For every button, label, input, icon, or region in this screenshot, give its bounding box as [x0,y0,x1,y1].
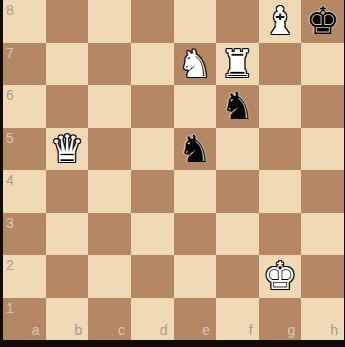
black-knight[interactable]: ♞ [178,130,212,168]
white-knight[interactable]: ♞ [178,45,212,83]
square-c3[interactable] [88,213,131,256]
square-g8[interactable]: ♝ [259,0,302,43]
square-f8[interactable] [216,0,259,43]
square-h4[interactable] [301,170,344,213]
white-queen[interactable]: ♛ [50,130,84,168]
file-label-f: f [249,323,253,337]
square-c7[interactable] [88,43,131,86]
square-a6[interactable]: 6 [3,85,46,128]
square-h5[interactable] [301,128,344,171]
square-b5[interactable]: ♛ [46,128,89,171]
rank-label-4: 4 [6,173,14,187]
square-a1[interactable]: 1a [3,298,46,341]
rank-label-7: 7 [6,46,14,60]
square-h6[interactable] [301,85,344,128]
square-a8[interactable]: 8 [3,0,46,43]
square-g7[interactable] [259,43,302,86]
square-d5[interactable] [131,128,174,171]
square-c4[interactable] [88,170,131,213]
square-g2[interactable]: ♚ [259,255,302,298]
file-label-e: e [202,323,210,337]
square-f3[interactable] [216,213,259,256]
chess-board: 8♝♚7♞♜6♞5♛♞432♚1abcdefgh [3,0,344,340]
square-g6[interactable] [259,85,302,128]
square-f4[interactable] [216,170,259,213]
square-a4[interactable]: 4 [3,170,46,213]
white-bishop[interactable]: ♝ [263,2,297,40]
square-h3[interactable] [301,213,344,256]
square-b4[interactable] [46,170,89,213]
square-b1[interactable]: b [46,298,89,341]
square-d1[interactable]: d [131,298,174,341]
file-label-c: c [118,323,125,337]
square-a2[interactable]: 2 [3,255,46,298]
square-g3[interactable] [259,213,302,256]
white-rook[interactable]: ♜ [220,45,254,83]
white-king[interactable]: ♚ [263,257,297,295]
square-a5[interactable]: 5 [3,128,46,171]
rank-label-2: 2 [6,258,14,272]
square-e4[interactable] [174,170,217,213]
black-king[interactable]: ♚ [306,2,340,40]
square-c1[interactable]: c [88,298,131,341]
file-label-d: d [160,323,168,337]
square-f7[interactable]: ♜ [216,43,259,86]
square-f2[interactable] [216,255,259,298]
square-d8[interactable] [131,0,174,43]
square-g1[interactable]: g [259,298,302,341]
square-e5[interactable]: ♞ [174,128,217,171]
square-h2[interactable] [301,255,344,298]
rank-label-5: 5 [6,131,14,145]
square-d2[interactable] [131,255,174,298]
square-c8[interactable] [88,0,131,43]
square-c2[interactable] [88,255,131,298]
square-e6[interactable] [174,85,217,128]
square-e2[interactable] [174,255,217,298]
square-e8[interactable] [174,0,217,43]
square-d6[interactable] [131,85,174,128]
square-f6[interactable]: ♞ [216,85,259,128]
square-b7[interactable] [46,43,89,86]
board-frame: 8♝♚7♞♜6♞5♛♞432♚1abcdefgh [0,0,345,347]
square-d3[interactable] [131,213,174,256]
square-a7[interactable]: 7 [3,43,46,86]
square-c6[interactable] [88,85,131,128]
square-f1[interactable]: f [216,298,259,341]
square-d7[interactable] [131,43,174,86]
square-b6[interactable] [46,85,89,128]
square-d4[interactable] [131,170,174,213]
square-e7[interactable]: ♞ [174,43,217,86]
square-a3[interactable]: 3 [3,213,46,256]
square-h7[interactable] [301,43,344,86]
square-h1[interactable]: h [301,298,344,341]
square-f5[interactable] [216,128,259,171]
square-g5[interactable] [259,128,302,171]
square-h8[interactable]: ♚ [301,0,344,43]
square-e3[interactable] [174,213,217,256]
rank-label-8: 8 [6,3,14,17]
square-e1[interactable]: e [174,298,217,341]
square-g4[interactable] [259,170,302,213]
file-label-b: b [74,323,82,337]
square-b2[interactable] [46,255,89,298]
file-label-a: a [32,323,40,337]
square-c5[interactable] [88,128,131,171]
rank-label-1: 1 [6,301,14,315]
file-label-g: g [288,323,296,337]
black-knight[interactable]: ♞ [220,87,254,125]
rank-label-6: 6 [6,88,14,102]
square-b3[interactable] [46,213,89,256]
square-b8[interactable] [46,0,89,43]
rank-label-3: 3 [6,216,14,230]
file-label-h: h [330,323,338,337]
